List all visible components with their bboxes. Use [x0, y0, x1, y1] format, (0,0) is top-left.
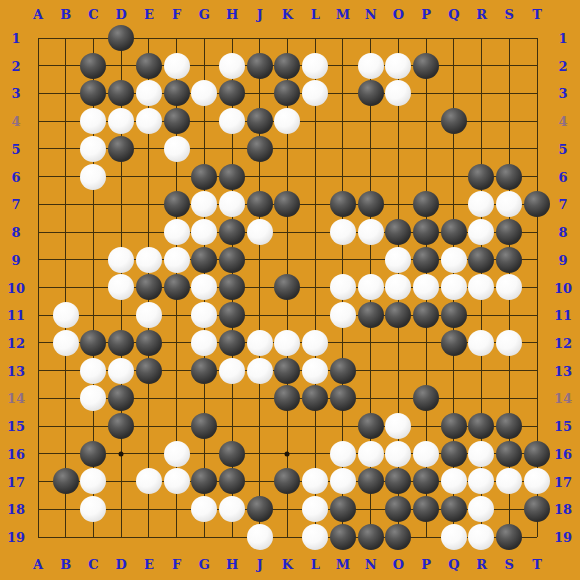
intersection[interactable] [495, 329, 523, 357]
intersection[interactable] [246, 135, 274, 163]
intersection[interactable] [135, 357, 163, 385]
intersection[interactable] [107, 468, 135, 496]
intersection[interactable] [163, 24, 191, 52]
intersection[interactable] [329, 107, 357, 135]
intersection[interactable] [246, 301, 274, 329]
intersection[interactable] [135, 163, 163, 191]
intersection[interactable] [163, 301, 191, 329]
intersection[interactable] [468, 80, 496, 108]
intersection[interactable] [384, 218, 412, 246]
intersection[interactable] [468, 274, 496, 302]
intersection[interactable] [107, 384, 135, 412]
intersection[interactable] [440, 274, 468, 302]
intersection[interactable] [468, 329, 496, 357]
intersection[interactable] [495, 440, 523, 468]
intersection[interactable] [163, 80, 191, 108]
intersection[interactable] [80, 24, 108, 52]
intersection[interactable] [301, 135, 329, 163]
intersection[interactable] [135, 135, 163, 163]
intersection[interactable] [468, 412, 496, 440]
intersection[interactable] [329, 329, 357, 357]
intersection[interactable] [163, 107, 191, 135]
intersection[interactable] [163, 495, 191, 523]
intersection[interactable] [52, 301, 80, 329]
intersection[interactable] [523, 357, 551, 385]
intersection[interactable] [190, 218, 218, 246]
intersection[interactable] [412, 163, 440, 191]
intersection[interactable] [52, 523, 80, 551]
intersection[interactable] [80, 80, 108, 108]
intersection[interactable] [190, 52, 218, 80]
intersection[interactable] [107, 495, 135, 523]
intersection[interactable] [329, 24, 357, 52]
intersection[interactable] [329, 468, 357, 496]
intersection[interactable] [246, 190, 274, 218]
intersection[interactable] [24, 24, 52, 52]
intersection[interactable] [163, 440, 191, 468]
intersection[interactable] [468, 357, 496, 385]
intersection[interactable] [190, 329, 218, 357]
intersection[interactable] [357, 274, 385, 302]
intersection[interactable] [440, 468, 468, 496]
intersection[interactable] [274, 495, 302, 523]
intersection[interactable] [301, 301, 329, 329]
intersection[interactable] [218, 190, 246, 218]
intersection[interactable] [80, 468, 108, 496]
intersection[interactable] [412, 440, 440, 468]
intersection[interactable] [384, 52, 412, 80]
intersection[interactable] [80, 218, 108, 246]
intersection[interactable] [329, 440, 357, 468]
intersection[interactable] [218, 80, 246, 108]
intersection[interactable] [440, 135, 468, 163]
intersection[interactable] [440, 24, 468, 52]
intersection[interactable] [329, 523, 357, 551]
intersection[interactable] [495, 523, 523, 551]
intersection[interactable] [246, 329, 274, 357]
intersection[interactable] [135, 24, 163, 52]
intersection[interactable] [107, 329, 135, 357]
intersection[interactable] [523, 384, 551, 412]
intersection[interactable] [218, 301, 246, 329]
intersection[interactable] [80, 107, 108, 135]
intersection[interactable] [412, 495, 440, 523]
intersection[interactable] [523, 218, 551, 246]
intersection[interactable] [24, 80, 52, 108]
intersection[interactable] [495, 218, 523, 246]
intersection[interactable] [384, 190, 412, 218]
intersection[interactable] [523, 468, 551, 496]
intersection[interactable] [384, 135, 412, 163]
intersection[interactable] [218, 329, 246, 357]
intersection[interactable] [329, 52, 357, 80]
intersection[interactable] [107, 246, 135, 274]
intersection[interactable] [190, 190, 218, 218]
intersection[interactable] [24, 135, 52, 163]
intersection[interactable] [80, 52, 108, 80]
intersection[interactable] [274, 190, 302, 218]
intersection[interactable] [246, 357, 274, 385]
intersection[interactable] [412, 80, 440, 108]
intersection[interactable] [246, 440, 274, 468]
intersection[interactable] [495, 163, 523, 191]
intersection[interactable] [523, 274, 551, 302]
intersection[interactable] [135, 274, 163, 302]
intersection[interactable] [24, 357, 52, 385]
intersection[interactable] [80, 412, 108, 440]
intersection[interactable] [412, 274, 440, 302]
intersection[interactable] [24, 218, 52, 246]
intersection[interactable] [246, 163, 274, 191]
intersection[interactable] [135, 440, 163, 468]
intersection[interactable] [301, 190, 329, 218]
intersection[interactable] [274, 523, 302, 551]
intersection[interactable] [80, 301, 108, 329]
intersection[interactable] [440, 107, 468, 135]
intersection[interactable] [107, 523, 135, 551]
intersection[interactable] [495, 357, 523, 385]
intersection[interactable] [246, 80, 274, 108]
intersection[interactable] [412, 107, 440, 135]
intersection[interactable] [274, 218, 302, 246]
intersection[interactable] [246, 495, 274, 523]
intersection[interactable] [274, 246, 302, 274]
intersection[interactable] [384, 412, 412, 440]
intersection[interactable] [24, 495, 52, 523]
intersection[interactable] [329, 384, 357, 412]
intersection[interactable] [357, 52, 385, 80]
intersection[interactable] [246, 412, 274, 440]
intersection[interactable] [218, 135, 246, 163]
intersection[interactable] [80, 329, 108, 357]
intersection[interactable] [468, 190, 496, 218]
intersection[interactable] [24, 274, 52, 302]
intersection[interactable] [80, 384, 108, 412]
intersection[interactable] [384, 384, 412, 412]
intersection[interactable] [218, 412, 246, 440]
intersection[interactable] [523, 440, 551, 468]
intersection[interactable] [412, 523, 440, 551]
intersection[interactable] [274, 274, 302, 302]
intersection[interactable] [163, 218, 191, 246]
intersection[interactable] [384, 440, 412, 468]
intersection[interactable] [246, 52, 274, 80]
intersection[interactable] [80, 357, 108, 385]
intersection[interactable] [274, 329, 302, 357]
intersection[interactable] [52, 274, 80, 302]
intersection[interactable] [135, 80, 163, 108]
intersection[interactable] [357, 163, 385, 191]
intersection[interactable] [523, 412, 551, 440]
intersection[interactable] [357, 24, 385, 52]
intersection[interactable] [357, 412, 385, 440]
intersection[interactable] [357, 135, 385, 163]
intersection[interactable] [384, 274, 412, 302]
intersection[interactable] [357, 246, 385, 274]
intersection[interactable] [80, 190, 108, 218]
intersection[interactable] [135, 246, 163, 274]
intersection[interactable] [357, 107, 385, 135]
intersection[interactable] [163, 329, 191, 357]
intersection[interactable] [301, 329, 329, 357]
intersection[interactable] [440, 163, 468, 191]
intersection[interactable] [52, 163, 80, 191]
intersection[interactable] [190, 384, 218, 412]
intersection[interactable] [80, 523, 108, 551]
intersection[interactable] [384, 495, 412, 523]
intersection[interactable] [357, 495, 385, 523]
intersection[interactable] [357, 80, 385, 108]
intersection[interactable] [468, 135, 496, 163]
intersection[interactable] [52, 329, 80, 357]
intersection[interactable] [274, 301, 302, 329]
intersection[interactable] [246, 274, 274, 302]
intersection[interactable] [246, 523, 274, 551]
intersection[interactable] [135, 329, 163, 357]
intersection[interactable] [440, 412, 468, 440]
intersection[interactable] [274, 468, 302, 496]
intersection[interactable] [218, 246, 246, 274]
intersection[interactable] [190, 24, 218, 52]
intersection[interactable] [329, 163, 357, 191]
intersection[interactable] [495, 412, 523, 440]
intersection[interactable] [495, 135, 523, 163]
intersection[interactable] [80, 135, 108, 163]
intersection[interactable] [24, 163, 52, 191]
intersection[interactable] [523, 246, 551, 274]
intersection[interactable] [163, 412, 191, 440]
intersection[interactable] [468, 468, 496, 496]
intersection[interactable] [135, 301, 163, 329]
intersection[interactable] [468, 523, 496, 551]
intersection[interactable] [357, 384, 385, 412]
intersection[interactable] [52, 218, 80, 246]
intersection[interactable] [412, 24, 440, 52]
intersection[interactable] [190, 357, 218, 385]
intersection[interactable] [163, 274, 191, 302]
intersection[interactable] [301, 52, 329, 80]
intersection[interactable] [301, 163, 329, 191]
intersection[interactable] [135, 523, 163, 551]
intersection[interactable] [357, 468, 385, 496]
intersection[interactable] [329, 190, 357, 218]
intersection[interactable] [246, 384, 274, 412]
intersection[interactable] [52, 190, 80, 218]
intersection[interactable] [440, 384, 468, 412]
intersection[interactable] [523, 24, 551, 52]
intersection[interactable] [107, 218, 135, 246]
intersection[interactable] [274, 52, 302, 80]
intersection[interactable] [468, 24, 496, 52]
intersection[interactable] [135, 190, 163, 218]
intersection[interactable] [301, 24, 329, 52]
intersection[interactable] [52, 246, 80, 274]
intersection[interactable] [24, 301, 52, 329]
intersection[interactable] [440, 523, 468, 551]
intersection[interactable] [468, 107, 496, 135]
intersection[interactable] [218, 495, 246, 523]
intersection[interactable] [384, 163, 412, 191]
intersection[interactable] [274, 135, 302, 163]
intersection[interactable] [52, 495, 80, 523]
intersection[interactable] [107, 52, 135, 80]
intersection[interactable] [218, 24, 246, 52]
intersection[interactable] [24, 190, 52, 218]
intersection[interactable] [52, 52, 80, 80]
intersection[interactable] [107, 274, 135, 302]
intersection[interactable] [495, 468, 523, 496]
intersection[interactable] [52, 357, 80, 385]
intersection[interactable] [274, 440, 302, 468]
intersection[interactable] [218, 440, 246, 468]
intersection[interactable] [163, 523, 191, 551]
intersection[interactable] [52, 24, 80, 52]
intersection[interactable] [495, 301, 523, 329]
intersection[interactable] [523, 107, 551, 135]
intersection[interactable] [301, 80, 329, 108]
intersection[interactable] [80, 440, 108, 468]
intersection[interactable] [218, 357, 246, 385]
intersection[interactable] [52, 384, 80, 412]
intersection[interactable] [163, 246, 191, 274]
intersection[interactable] [412, 246, 440, 274]
intersection[interactable] [329, 274, 357, 302]
intersection[interactable] [412, 357, 440, 385]
intersection[interactable] [495, 384, 523, 412]
intersection[interactable] [218, 468, 246, 496]
intersection[interactable] [52, 440, 80, 468]
intersection[interactable] [468, 301, 496, 329]
intersection[interactable] [80, 246, 108, 274]
intersection[interactable] [495, 52, 523, 80]
intersection[interactable] [523, 301, 551, 329]
intersection[interactable] [384, 80, 412, 108]
intersection[interactable] [412, 301, 440, 329]
intersection[interactable] [495, 107, 523, 135]
intersection[interactable] [357, 190, 385, 218]
intersection[interactable] [274, 357, 302, 385]
intersection[interactable] [107, 24, 135, 52]
intersection[interactable] [412, 468, 440, 496]
intersection[interactable] [301, 274, 329, 302]
intersection[interactable] [218, 523, 246, 551]
intersection[interactable] [384, 329, 412, 357]
intersection[interactable] [384, 107, 412, 135]
intersection[interactable] [190, 246, 218, 274]
intersection[interactable] [495, 24, 523, 52]
intersection[interactable] [357, 357, 385, 385]
intersection[interactable] [440, 52, 468, 80]
intersection[interactable] [135, 107, 163, 135]
intersection[interactable] [107, 80, 135, 108]
intersection[interactable] [412, 412, 440, 440]
intersection[interactable] [24, 468, 52, 496]
intersection[interactable] [329, 357, 357, 385]
intersection[interactable] [301, 246, 329, 274]
intersection[interactable] [246, 218, 274, 246]
intersection[interactable] [24, 384, 52, 412]
intersection[interactable] [218, 107, 246, 135]
intersection[interactable] [163, 384, 191, 412]
intersection[interactable] [357, 218, 385, 246]
intersection[interactable] [190, 80, 218, 108]
intersection[interactable] [468, 384, 496, 412]
intersection[interactable] [495, 274, 523, 302]
intersection[interactable] [301, 107, 329, 135]
intersection[interactable] [495, 190, 523, 218]
intersection[interactable] [329, 218, 357, 246]
intersection[interactable] [523, 80, 551, 108]
intersection[interactable] [135, 468, 163, 496]
intersection[interactable] [329, 80, 357, 108]
intersection[interactable] [440, 190, 468, 218]
intersection[interactable] [107, 107, 135, 135]
intersection[interactable] [440, 440, 468, 468]
intersection[interactable] [135, 495, 163, 523]
intersection[interactable] [384, 246, 412, 274]
intersection[interactable] [274, 384, 302, 412]
intersection[interactable] [440, 357, 468, 385]
intersection[interactable] [329, 301, 357, 329]
intersection[interactable] [80, 163, 108, 191]
intersection[interactable] [24, 523, 52, 551]
intersection[interactable] [440, 329, 468, 357]
intersection[interactable] [135, 218, 163, 246]
intersection[interactable] [301, 218, 329, 246]
intersection[interactable] [107, 135, 135, 163]
intersection[interactable] [329, 412, 357, 440]
intersection[interactable] [523, 329, 551, 357]
intersection[interactable] [52, 135, 80, 163]
intersection[interactable] [163, 468, 191, 496]
intersection[interactable] [274, 163, 302, 191]
intersection[interactable] [107, 412, 135, 440]
intersection[interactable] [135, 384, 163, 412]
intersection[interactable] [440, 218, 468, 246]
intersection[interactable] [468, 246, 496, 274]
intersection[interactable] [135, 52, 163, 80]
intersection[interactable] [107, 440, 135, 468]
intersection[interactable] [107, 163, 135, 191]
intersection[interactable] [495, 495, 523, 523]
intersection[interactable] [190, 135, 218, 163]
intersection[interactable] [163, 357, 191, 385]
intersection[interactable] [80, 274, 108, 302]
intersection[interactable] [274, 80, 302, 108]
intersection[interactable] [163, 163, 191, 191]
intersection[interactable] [384, 357, 412, 385]
intersection[interactable] [412, 135, 440, 163]
intersection[interactable] [301, 523, 329, 551]
intersection[interactable] [190, 163, 218, 191]
intersection[interactable] [468, 218, 496, 246]
intersection[interactable] [190, 468, 218, 496]
intersection[interactable] [301, 357, 329, 385]
intersection[interactable] [440, 80, 468, 108]
intersection[interactable] [523, 523, 551, 551]
intersection[interactable] [24, 329, 52, 357]
intersection[interactable] [301, 440, 329, 468]
intersection[interactable] [218, 218, 246, 246]
intersection[interactable] [523, 135, 551, 163]
intersection[interactable] [190, 274, 218, 302]
intersection[interactable] [190, 301, 218, 329]
intersection[interactable] [80, 495, 108, 523]
intersection[interactable] [523, 52, 551, 80]
intersection[interactable] [24, 412, 52, 440]
intersection[interactable] [190, 495, 218, 523]
intersection[interactable] [329, 246, 357, 274]
